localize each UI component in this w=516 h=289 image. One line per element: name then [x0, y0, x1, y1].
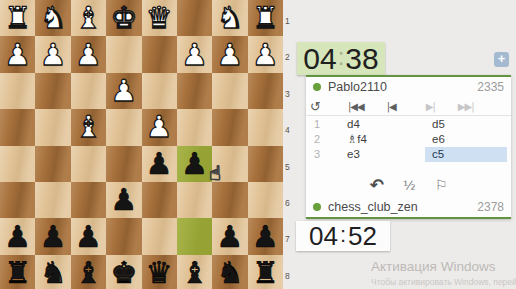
clock-colon: : [338, 43, 345, 71]
square-f8[interactable]: ♝ [71, 255, 106, 289]
square-d5[interactable]: ♟ [142, 146, 177, 182]
rank-label: 3 [285, 89, 290, 99]
square-h7[interactable]: ♟ [0, 218, 35, 254]
square-e5[interactable] [106, 146, 141, 182]
hand-cursor-icon: ☝ [209, 161, 221, 185]
clock-minutes: 04 [303, 42, 336, 76]
windows-activation-subtext: Чтобы активировать Windows, перейдите в [371, 277, 516, 287]
square-d6[interactable] [142, 182, 177, 218]
white-king-piece[interactable]: ♚ [110, 0, 137, 36]
black-bishop-piece[interactable]: ♝ [75, 255, 102, 289]
white-move[interactable]: d4 [340, 116, 425, 131]
square-c3[interactable] [177, 73, 212, 109]
black-queen-piece[interactable]: ♛ [146, 255, 173, 289]
square-e6[interactable]: ♟ [106, 182, 141, 218]
black-move[interactable]: c5 [425, 147, 507, 162]
square-g8[interactable]: ♞ [35, 255, 70, 289]
clock-seconds: 52 [348, 221, 377, 252]
resign-flag-icon[interactable]: ⚐ [435, 177, 448, 193]
square-c7[interactable] [177, 218, 212, 254]
white-knight-piece[interactable]: ♞ [40, 0, 67, 36]
player-row: chess_club_zen 2378 [306, 197, 511, 217]
white-pawn-piece[interactable]: ♟ [146, 109, 173, 145]
square-b2[interactable]: ♟ [212, 36, 247, 72]
square-g2[interactable]: ♟ [35, 36, 70, 72]
black-move[interactable]: d5 [425, 116, 507, 131]
black-pawn-piece[interactable]: ♟ [75, 219, 102, 255]
black-pawn-piece[interactable]: ♟ [217, 219, 244, 255]
square-f1[interactable]: ♝ [71, 0, 106, 36]
black-pawn-piece[interactable]: ♟ [40, 219, 67, 255]
square-g6[interactable] [35, 182, 70, 218]
square-b8[interactable]: ♞ [212, 255, 247, 289]
white-pawn-piece[interactable]: ♟ [110, 73, 137, 109]
white-rook-piece[interactable]: ♜ [4, 0, 31, 36]
online-status-icon [313, 203, 321, 211]
black-pawn-piece[interactable]: ♟ [4, 219, 31, 255]
black-rook-piece[interactable]: ♜ [252, 255, 279, 289]
rank-label: 2 [285, 52, 290, 62]
chess-board[interactable]: ♜♞♝♚♛♞♜♟♟♟♟♟♟♟♝♟♟♟♟♟♟♟♟♟♜♞♝♚♛♝♞♜ [0, 0, 284, 289]
white-move[interactable]: e3 [340, 147, 425, 162]
square-h5[interactable] [0, 146, 35, 182]
black-pawn-piece[interactable]: ♟ [252, 219, 279, 255]
move-number: 2 [306, 131, 340, 146]
white-pawn-piece[interactable]: ♟ [217, 37, 244, 73]
square-e8[interactable]: ♚ [106, 255, 141, 289]
flip-board-icon[interactable]: ↺ [310, 99, 321, 114]
black-bishop-piece[interactable]: ♝ [181, 255, 208, 289]
move-list: 1d4d52♗f4e63e3c5 [306, 115, 511, 162]
rank-label: 4 [285, 125, 290, 135]
rank-label: 7 [285, 234, 290, 244]
white-pawn-piece[interactable]: ♟ [252, 37, 279, 73]
game-actions: ↶½⚐ [306, 175, 511, 195]
square-c6[interactable] [177, 182, 212, 218]
game-panel: Pablo2110 2335 ↺|◀◀|◀▶|▶▶| 1d4d52♗f4e63e… [306, 75, 511, 219]
rank-label: 1 [285, 16, 290, 26]
last-move-icon[interactable]: ▶▶| [458, 101, 474, 112]
opponent-clock: 04:38 [297, 42, 385, 75]
player-name[interactable]: chess_club_zen [328, 200, 477, 214]
square-a6[interactable] [248, 182, 283, 218]
clock-colon: : [340, 222, 346, 248]
black-pawn-piece[interactable]: ♟ [146, 146, 173, 182]
white-move[interactable]: ♗f4 [340, 131, 425, 146]
square-e7[interactable] [106, 218, 141, 254]
square-b4[interactable] [212, 109, 247, 145]
square-h4[interactable] [0, 109, 35, 145]
square-b3[interactable] [212, 73, 247, 109]
black-pawn-piece[interactable]: ♟ [110, 182, 137, 218]
white-bishop-piece[interactable]: ♝ [75, 0, 102, 36]
windows-activation-watermark: Активация Windows [371, 259, 495, 274]
square-h3[interactable] [0, 73, 35, 109]
next-move-icon[interactable]: ▶| [426, 101, 435, 112]
square-d2[interactable] [142, 36, 177, 72]
square-b7[interactable]: ♟ [212, 218, 247, 254]
black-king-piece[interactable]: ♚ [110, 255, 137, 289]
square-h2[interactable]: ♟ [0, 36, 35, 72]
white-bishop-piece[interactable]: ♝ [75, 109, 102, 145]
opponent-row: Pablo2110 2335 [306, 77, 511, 97]
square-a1[interactable]: ♜ [248, 0, 283, 36]
white-rook-piece[interactable]: ♜ [252, 0, 279, 36]
player-clock: 04:52 [296, 221, 390, 251]
square-c5[interactable]: ♟ [177, 146, 212, 182]
square-b1[interactable]: ♞ [212, 0, 247, 36]
white-queen-piece[interactable]: ♛ [146, 0, 173, 36]
square-f5[interactable] [71, 146, 106, 182]
square-g3[interactable] [35, 73, 70, 109]
square-d8[interactable]: ♛ [142, 255, 177, 289]
previous-move-icon[interactable]: |◀ [387, 101, 396, 112]
opponent-name[interactable]: Pablo2110 [328, 80, 477, 94]
square-g5[interactable] [35, 146, 70, 182]
add-time-button[interactable]: + [494, 52, 509, 67]
square-f2[interactable]: ♟ [71, 36, 106, 72]
square-g1[interactable]: ♞ [35, 0, 70, 36]
square-g7[interactable]: ♟ [35, 218, 70, 254]
takeback-icon[interactable]: ↶ [370, 175, 384, 195]
black-pawn-piece[interactable]: ♟ [181, 146, 208, 182]
first-move-icon[interactable]: |◀◀ [348, 101, 364, 112]
offer-draw-icon[interactable]: ½ [403, 178, 416, 193]
square-f3[interactable] [71, 73, 106, 109]
square-h6[interactable] [0, 182, 35, 218]
square-e4[interactable] [106, 109, 141, 145]
square-e3[interactable]: ♟ [106, 73, 141, 109]
white-knight-piece[interactable]: ♞ [217, 0, 244, 36]
board-grid: ♜♞♝♚♛♞♜♟♟♟♟♟♟♟♝♟♟♟♟♟♟♟♟♟♜♞♝♚♛♝♞♜ [0, 0, 283, 289]
square-a8[interactable]: ♜ [248, 255, 283, 289]
white-pawn-piece[interactable]: ♟ [75, 37, 102, 73]
square-a5[interactable] [248, 146, 283, 182]
square-d3[interactable] [142, 73, 177, 109]
opponent-rating: 2335 [477, 80, 504, 94]
square-f4[interactable]: ♝ [71, 109, 106, 145]
square-a2[interactable]: ♟ [248, 36, 283, 72]
square-e1[interactable]: ♚ [106, 0, 141, 36]
square-h8[interactable]: ♜ [0, 255, 35, 289]
move-nav-toolbar: ↺|◀◀|◀▶|▶▶| [306, 97, 511, 115]
white-pawn-piece[interactable]: ♟ [4, 37, 31, 73]
square-f6[interactable] [71, 182, 106, 218]
square-c8[interactable]: ♝ [177, 255, 212, 289]
white-pawn-piece[interactable]: ♟ [181, 37, 208, 73]
square-d4[interactable]: ♟ [142, 109, 177, 145]
square-g4[interactable] [35, 109, 70, 145]
black-rook-piece[interactable]: ♜ [4, 255, 31, 289]
square-d1[interactable]: ♛ [142, 0, 177, 36]
clock-seconds: 38 [345, 42, 378, 76]
square-b6[interactable] [212, 182, 247, 218]
square-d7[interactable] [142, 218, 177, 254]
square-e2[interactable] [106, 36, 141, 72]
black-knight-piece[interactable]: ♞ [40, 255, 67, 289]
white-pawn-piece[interactable]: ♟ [40, 37, 67, 73]
rank-label: 8 [285, 271, 290, 281]
square-a4[interactable] [248, 109, 283, 145]
move-number: 3 [306, 147, 340, 162]
square-f7[interactable]: ♟ [71, 218, 106, 254]
black-move[interactable]: e6 [425, 131, 507, 146]
black-knight-piece[interactable]: ♞ [217, 255, 244, 289]
square-c2[interactable]: ♟ [177, 36, 212, 72]
square-a3[interactable] [248, 73, 283, 109]
player-rating: 2378 [477, 200, 504, 214]
square-c1[interactable] [177, 0, 212, 36]
rank-label: 5 [285, 162, 290, 172]
move-number: 1 [306, 116, 340, 131]
square-c4[interactable] [177, 109, 212, 145]
square-h1[interactable]: ♜ [0, 0, 35, 36]
square-a7[interactable]: ♟ [248, 218, 283, 254]
clock-minutes: 04 [309, 221, 338, 252]
rank-label: 6 [285, 198, 290, 208]
online-status-icon [313, 83, 321, 91]
